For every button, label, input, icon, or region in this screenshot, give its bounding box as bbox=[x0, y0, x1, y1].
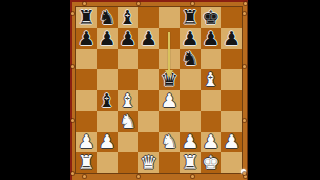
nail-dot-icon bbox=[83, 175, 86, 178]
square-f4[interactable] bbox=[180, 90, 201, 111]
square-e4[interactable]: ♟ bbox=[159, 90, 180, 111]
black-knight[interactable]: ♞ bbox=[99, 8, 116, 27]
black-rook[interactable]: ♜ bbox=[78, 8, 95, 27]
nail-dot-icon bbox=[71, 119, 74, 122]
square-h3[interactable] bbox=[221, 111, 242, 132]
black-bishop[interactable]: ♝ bbox=[99, 91, 116, 110]
nail-dot-icon bbox=[191, 2, 194, 5]
nail-dot-icon bbox=[244, 175, 247, 178]
white-knight[interactable]: ♞ bbox=[119, 112, 136, 131]
nail-dot-icon bbox=[137, 2, 140, 5]
black-bishop[interactable]: ♝ bbox=[119, 8, 136, 27]
black-knight[interactable]: ♞ bbox=[182, 49, 199, 68]
nail-dot-icon bbox=[243, 12, 246, 15]
square-h7[interactable]: ♟ bbox=[221, 28, 242, 49]
square-g5[interactable]: ♝ bbox=[201, 69, 222, 90]
square-d8[interactable] bbox=[138, 7, 159, 28]
square-c8[interactable]: ♝ bbox=[118, 7, 139, 28]
square-g7[interactable]: ♟ bbox=[201, 28, 222, 49]
square-b3[interactable] bbox=[97, 111, 118, 132]
white-pawn[interactable]: ♟ bbox=[161, 91, 178, 110]
white-rook[interactable]: ♜ bbox=[182, 153, 199, 172]
square-c4[interactable]: ♝ bbox=[118, 90, 139, 111]
square-a7[interactable]: ♟ bbox=[76, 28, 97, 49]
square-c7[interactable]: ♟ bbox=[118, 28, 139, 49]
square-e1[interactable] bbox=[159, 152, 180, 173]
white-king[interactable]: ♚ bbox=[202, 153, 219, 172]
square-a6[interactable] bbox=[76, 49, 97, 70]
white-bishop[interactable]: ♝ bbox=[119, 91, 136, 110]
square-c5[interactable] bbox=[118, 69, 139, 90]
square-f1[interactable]: ♜ bbox=[180, 152, 201, 173]
black-pawn[interactable]: ♟ bbox=[223, 29, 240, 48]
white-pawn[interactable]: ♟ bbox=[78, 132, 95, 151]
square-a8[interactable]: ♜ bbox=[76, 7, 97, 28]
square-a1[interactable]: ♜ bbox=[76, 152, 97, 173]
square-b8[interactable]: ♞ bbox=[97, 7, 118, 28]
black-pawn[interactable]: ♟ bbox=[78, 29, 95, 48]
white-pawn[interactable]: ♟ bbox=[182, 132, 199, 151]
square-h6[interactable] bbox=[221, 49, 242, 70]
chess-board[interactable]: ♜♞♝♜♚♟♟♟♟♟♟♟♞♛♝♝♝♟♞♟♟♞♟♟♟♜♛♜♚ bbox=[76, 7, 242, 173]
square-d5[interactable] bbox=[138, 69, 159, 90]
square-h5[interactable] bbox=[221, 69, 242, 90]
square-c2[interactable] bbox=[118, 132, 139, 153]
square-h1[interactable] bbox=[221, 152, 242, 173]
square-e3[interactable] bbox=[159, 111, 180, 132]
square-h4[interactable] bbox=[221, 90, 242, 111]
nail-dot-icon bbox=[71, 172, 74, 175]
square-g8[interactable]: ♚ bbox=[201, 7, 222, 28]
square-a4[interactable] bbox=[76, 90, 97, 111]
square-f5[interactable] bbox=[180, 69, 201, 90]
white-queen[interactable]: ♛ bbox=[140, 153, 157, 172]
square-b1[interactable] bbox=[97, 152, 118, 173]
square-f8[interactable]: ♜ bbox=[180, 7, 201, 28]
black-pawn[interactable]: ♟ bbox=[99, 29, 116, 48]
square-d1[interactable]: ♛ bbox=[138, 152, 159, 173]
move-arrow-head-icon bbox=[165, 70, 173, 78]
square-g6[interactable] bbox=[201, 49, 222, 70]
nail-dot-icon bbox=[191, 175, 194, 178]
square-c1[interactable] bbox=[118, 152, 139, 173]
nail-dot-icon bbox=[71, 65, 74, 68]
black-pawn[interactable]: ♟ bbox=[140, 29, 157, 48]
nail-dot-icon bbox=[71, 12, 74, 15]
square-g3[interactable] bbox=[201, 111, 222, 132]
square-b6[interactable] bbox=[97, 49, 118, 70]
square-e2[interactable]: ♞ bbox=[159, 132, 180, 153]
square-b7[interactable]: ♟ bbox=[97, 28, 118, 49]
black-pawn[interactable]: ♟ bbox=[119, 29, 136, 48]
square-g1[interactable]: ♚ bbox=[201, 152, 222, 173]
square-b4[interactable]: ♝ bbox=[97, 90, 118, 111]
square-h2[interactable]: ♟ bbox=[221, 132, 242, 153]
white-pawn[interactable]: ♟ bbox=[223, 132, 240, 151]
square-d4[interactable] bbox=[138, 90, 159, 111]
black-pawn[interactable]: ♟ bbox=[202, 29, 219, 48]
square-c6[interactable] bbox=[118, 49, 139, 70]
square-d3[interactable] bbox=[138, 111, 159, 132]
white-bishop[interactable]: ♝ bbox=[202, 70, 219, 89]
white-pawn[interactable]: ♟ bbox=[99, 132, 116, 151]
nail-dot-icon bbox=[244, 2, 247, 5]
square-d6[interactable] bbox=[138, 49, 159, 70]
square-h8[interactable] bbox=[221, 7, 242, 28]
chess-app-window: ♜♞♝♜♚♟♟♟♟♟♟♟♞♛♝♝♝♟♞♟♟♞♟♟♟♜♛♜♚ bbox=[0, 0, 320, 180]
square-b2[interactable]: ♟ bbox=[97, 132, 118, 153]
nail-dot-icon bbox=[243, 119, 246, 122]
square-f3[interactable] bbox=[180, 111, 201, 132]
square-f2[interactable]: ♟ bbox=[180, 132, 201, 153]
square-d2[interactable] bbox=[138, 132, 159, 153]
nail-dot-icon bbox=[243, 65, 246, 68]
black-rook[interactable]: ♜ bbox=[182, 8, 199, 27]
square-f6[interactable]: ♞ bbox=[180, 49, 201, 70]
white-pawn[interactable]: ♟ bbox=[202, 132, 219, 151]
square-a2[interactable]: ♟ bbox=[76, 132, 97, 153]
square-c3[interactable]: ♞ bbox=[118, 111, 139, 132]
move-arrow-line bbox=[168, 32, 170, 70]
nail-dot-icon bbox=[137, 175, 140, 178]
square-e8[interactable] bbox=[159, 7, 180, 28]
white-knight[interactable]: ♞ bbox=[161, 132, 178, 151]
square-d7[interactable]: ♟ bbox=[138, 28, 159, 49]
black-pawn[interactable]: ♟ bbox=[182, 29, 199, 48]
nail-dot-icon bbox=[83, 2, 86, 5]
black-king[interactable]: ♚ bbox=[202, 8, 219, 27]
square-f7[interactable]: ♟ bbox=[180, 28, 201, 49]
square-a3[interactable] bbox=[76, 111, 97, 132]
square-g4[interactable] bbox=[201, 90, 222, 111]
square-b5[interactable] bbox=[97, 69, 118, 90]
white-rook[interactable]: ♜ bbox=[78, 153, 95, 172]
square-a5[interactable] bbox=[76, 69, 97, 90]
nail-dot-icon bbox=[243, 172, 246, 175]
square-g2[interactable]: ♟ bbox=[201, 132, 222, 153]
